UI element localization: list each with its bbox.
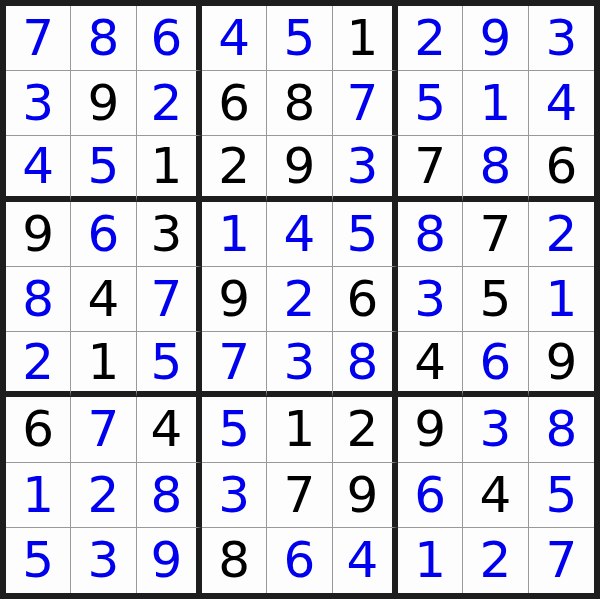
cell-r7c8[interactable]: 3 bbox=[463, 397, 528, 462]
cell-r1c9[interactable]: 3 bbox=[529, 6, 594, 71]
cell-r1c7[interactable]: 2 bbox=[398, 6, 463, 71]
cell-r8c1[interactable]: 1 bbox=[6, 463, 71, 528]
cell-r9c6[interactable]: 4 bbox=[333, 528, 398, 593]
cell-r2c7[interactable]: 5 bbox=[398, 71, 463, 136]
cell-r5c5[interactable]: 2 bbox=[267, 267, 332, 332]
cell-r4c4[interactable]: 1 bbox=[202, 202, 267, 267]
cell-r5c1[interactable]: 8 bbox=[6, 267, 71, 332]
cell-r6c8[interactable]: 6 bbox=[463, 332, 528, 397]
cell-r2c6[interactable]: 7 bbox=[333, 71, 398, 136]
cell-r7c1[interactable]: 6 bbox=[6, 397, 71, 462]
cell-r3c1[interactable]: 4 bbox=[6, 136, 71, 201]
cell-r4c1[interactable]: 9 bbox=[6, 202, 71, 267]
cell-r6c1[interactable]: 2 bbox=[6, 332, 71, 397]
cell-r9c8[interactable]: 2 bbox=[463, 528, 528, 593]
cell-r7c7[interactable]: 9 bbox=[398, 397, 463, 462]
cell-r1c8[interactable]: 9 bbox=[463, 6, 528, 71]
cell-r8c8[interactable]: 4 bbox=[463, 463, 528, 528]
cell-r2c4[interactable]: 6 bbox=[202, 71, 267, 136]
cell-r2c9[interactable]: 4 bbox=[529, 71, 594, 136]
cell-r2c5[interactable]: 8 bbox=[267, 71, 332, 136]
cell-r2c1[interactable]: 3 bbox=[6, 71, 71, 136]
cell-r9c7[interactable]: 1 bbox=[398, 528, 463, 593]
cell-r1c2[interactable]: 8 bbox=[71, 6, 136, 71]
cell-r4c6[interactable]: 5 bbox=[333, 202, 398, 267]
cell-r8c6[interactable]: 9 bbox=[333, 463, 398, 528]
cell-r6c7[interactable]: 4 bbox=[398, 332, 463, 397]
cell-r2c2[interactable]: 9 bbox=[71, 71, 136, 136]
cell-r1c1[interactable]: 7 bbox=[6, 6, 71, 71]
cell-r1c5[interactable]: 5 bbox=[267, 6, 332, 71]
cell-r9c3[interactable]: 9 bbox=[137, 528, 202, 593]
cell-r7c2[interactable]: 7 bbox=[71, 397, 136, 462]
cell-r1c4[interactable]: 4 bbox=[202, 6, 267, 71]
cell-r3c8[interactable]: 8 bbox=[463, 136, 528, 201]
cell-r4c9[interactable]: 2 bbox=[529, 202, 594, 267]
cell-r7c9[interactable]: 8 bbox=[529, 397, 594, 462]
cell-r3c9[interactable]: 6 bbox=[529, 136, 594, 201]
cell-r5c6[interactable]: 6 bbox=[333, 267, 398, 332]
cell-r4c7[interactable]: 8 bbox=[398, 202, 463, 267]
cell-r9c2[interactable]: 3 bbox=[71, 528, 136, 593]
cell-r8c7[interactable]: 6 bbox=[398, 463, 463, 528]
cell-r7c6[interactable]: 2 bbox=[333, 397, 398, 462]
cell-r7c4[interactable]: 5 bbox=[202, 397, 267, 462]
cell-r7c3[interactable]: 4 bbox=[137, 397, 202, 462]
cell-r3c2[interactable]: 5 bbox=[71, 136, 136, 201]
cell-r3c3[interactable]: 1 bbox=[137, 136, 202, 201]
cell-r7c5[interactable]: 1 bbox=[267, 397, 332, 462]
cell-r9c1[interactable]: 5 bbox=[6, 528, 71, 593]
cell-r9c5[interactable]: 6 bbox=[267, 528, 332, 593]
cell-r3c5[interactable]: 9 bbox=[267, 136, 332, 201]
cell-r1c3[interactable]: 6 bbox=[137, 6, 202, 71]
cell-r4c2[interactable]: 6 bbox=[71, 202, 136, 267]
cell-r5c9[interactable]: 1 bbox=[529, 267, 594, 332]
cell-r6c6[interactable]: 8 bbox=[333, 332, 398, 397]
cell-r4c3[interactable]: 3 bbox=[137, 202, 202, 267]
cell-r6c9[interactable]: 9 bbox=[529, 332, 594, 397]
cell-r3c4[interactable]: 2 bbox=[202, 136, 267, 201]
cell-r6c4[interactable]: 7 bbox=[202, 332, 267, 397]
cell-r3c6[interactable]: 3 bbox=[333, 136, 398, 201]
cell-r8c3[interactable]: 8 bbox=[137, 463, 202, 528]
cell-r4c5[interactable]: 4 bbox=[267, 202, 332, 267]
cell-r2c8[interactable]: 1 bbox=[463, 71, 528, 136]
cell-r9c4[interactable]: 8 bbox=[202, 528, 267, 593]
cell-r5c3[interactable]: 7 bbox=[137, 267, 202, 332]
cell-r5c8[interactable]: 5 bbox=[463, 267, 528, 332]
cell-r8c5[interactable]: 7 bbox=[267, 463, 332, 528]
cell-r4c8[interactable]: 7 bbox=[463, 202, 528, 267]
cell-r6c5[interactable]: 3 bbox=[267, 332, 332, 397]
cell-r3c7[interactable]: 7 bbox=[398, 136, 463, 201]
sudoku-board: 7864512933926875144512937869631458728479… bbox=[0, 0, 600, 599]
cell-r8c2[interactable]: 2 bbox=[71, 463, 136, 528]
cell-r9c9[interactable]: 7 bbox=[529, 528, 594, 593]
cell-r5c7[interactable]: 3 bbox=[398, 267, 463, 332]
cell-r8c4[interactable]: 3 bbox=[202, 463, 267, 528]
cell-r8c9[interactable]: 5 bbox=[529, 463, 594, 528]
cell-r1c6[interactable]: 1 bbox=[333, 6, 398, 71]
cell-r5c2[interactable]: 4 bbox=[71, 267, 136, 332]
cell-r5c4[interactable]: 9 bbox=[202, 267, 267, 332]
cell-r6c3[interactable]: 5 bbox=[137, 332, 202, 397]
cell-r6c2[interactable]: 1 bbox=[71, 332, 136, 397]
cell-r2c3[interactable]: 2 bbox=[137, 71, 202, 136]
